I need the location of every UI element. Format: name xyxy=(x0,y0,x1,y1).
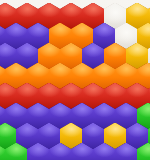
mosaic-board xyxy=(0,0,150,160)
